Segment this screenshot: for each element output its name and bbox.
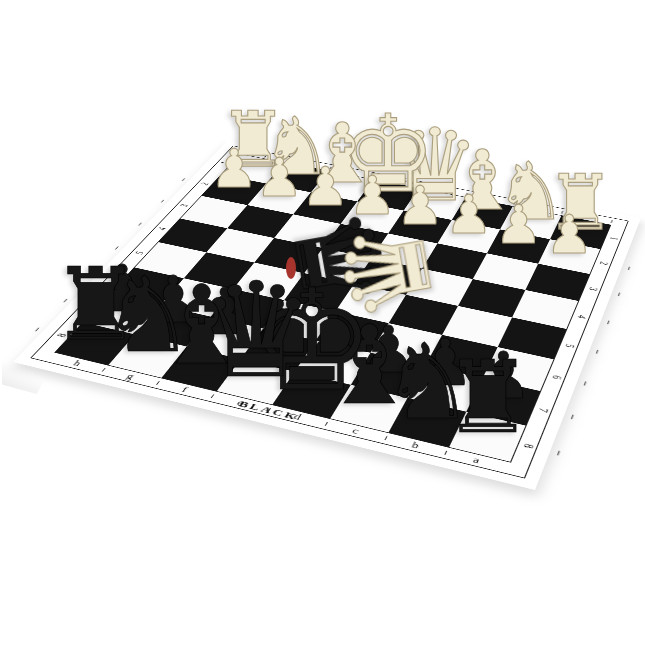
chess-board: hgfedcba hgfedcba 12345678 12345678 WHIT… bbox=[13, 140, 641, 490]
chess-set-photo: hgfedcba hgfedcba 12345678 12345678 WHIT… bbox=[0, 0, 645, 645]
board-squares bbox=[56, 154, 611, 461]
